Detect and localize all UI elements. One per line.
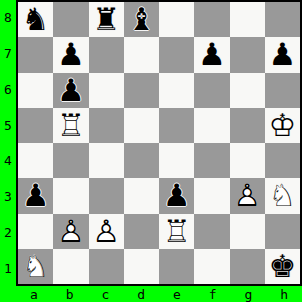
- square-b1[interactable]: [53, 249, 88, 284]
- white-pawn[interactable]: ♙: [230, 178, 265, 213]
- square-c2[interactable]: ♟♙: [89, 214, 124, 249]
- file-labels: abcdefgh: [16, 286, 302, 302]
- white-knight-fill: ♞: [265, 178, 300, 213]
- square-e4[interactable]: [159, 143, 194, 178]
- white-knight-fill: ♞: [18, 249, 53, 284]
- square-a7[interactable]: [18, 37, 53, 72]
- square-b8[interactable]: [53, 2, 88, 37]
- white-king-fill: ♚: [265, 108, 300, 143]
- white-pawn[interactable]: ♙: [53, 214, 88, 249]
- square-d4[interactable]: [124, 143, 159, 178]
- file-label-c: c: [88, 286, 124, 302]
- rank-label-1: 1: [0, 250, 16, 286]
- square-d1[interactable]: [124, 249, 159, 284]
- square-c3[interactable]: [89, 178, 124, 213]
- chess-board[interactable]: ♞♜♝♟♟♟♟♜♖♚♔♟♟♟♙♞♘♟♙♟♙♜♖♞♘♚: [16, 0, 302, 286]
- square-h1[interactable]: ♚: [265, 249, 300, 284]
- square-f8[interactable]: [194, 2, 229, 37]
- square-h3[interactable]: ♞♘: [265, 178, 300, 213]
- chessboard-window: 87654321 ♞♜♝♟♟♟♟♜♖♚♔♟♟♟♙♞♘♟♙♟♙♜♖♞♘♚ abcd…: [0, 0, 302, 302]
- square-c7[interactable]: [89, 37, 124, 72]
- black-king[interactable]: ♚: [265, 249, 300, 284]
- white-rook-fill: ♜: [53, 108, 88, 143]
- rank-label-3: 3: [0, 179, 16, 215]
- square-a3[interactable]: ♟: [18, 178, 53, 213]
- black-pawn[interactable]: ♟: [18, 178, 53, 213]
- square-g1[interactable]: [230, 249, 265, 284]
- black-pawn[interactable]: ♟: [53, 37, 88, 72]
- square-e8[interactable]: [159, 2, 194, 37]
- black-bishop[interactable]: ♝: [124, 2, 159, 37]
- square-g4[interactable]: [230, 143, 265, 178]
- square-f6[interactable]: [194, 73, 229, 108]
- file-label-h: h: [266, 286, 302, 302]
- square-e6[interactable]: [159, 73, 194, 108]
- white-pawn-fill: ♟: [53, 214, 88, 249]
- white-king[interactable]: ♔: [265, 108, 300, 143]
- white-pawn[interactable]: ♙: [89, 214, 124, 249]
- white-pawn-fill: ♟: [230, 178, 265, 213]
- black-rook[interactable]: ♜: [89, 2, 124, 37]
- rank-label-2: 2: [0, 215, 16, 251]
- rank-label-6: 6: [0, 72, 16, 108]
- square-f2[interactable]: [194, 214, 229, 249]
- square-h4[interactable]: [265, 143, 300, 178]
- rank-label-7: 7: [0, 36, 16, 72]
- square-e2[interactable]: ♜♖: [159, 214, 194, 249]
- square-g2[interactable]: [230, 214, 265, 249]
- square-b3[interactable]: [53, 178, 88, 213]
- square-h7[interactable]: ♟: [265, 37, 300, 72]
- square-f7[interactable]: ♟: [194, 37, 229, 72]
- square-c1[interactable]: [89, 249, 124, 284]
- square-c5[interactable]: [89, 108, 124, 143]
- square-f4[interactable]: [194, 143, 229, 178]
- square-f3[interactable]: [194, 178, 229, 213]
- square-a6[interactable]: [18, 73, 53, 108]
- square-a8[interactable]: ♞: [18, 2, 53, 37]
- square-b2[interactable]: ♟♙: [53, 214, 88, 249]
- square-d2[interactable]: [124, 214, 159, 249]
- white-rook-fill: ♜: [159, 214, 194, 249]
- file-label-f: f: [195, 286, 231, 302]
- black-pawn[interactable]: ♟: [53, 73, 88, 108]
- square-c4[interactable]: [89, 143, 124, 178]
- square-a1[interactable]: ♞♘: [18, 249, 53, 284]
- square-g5[interactable]: [230, 108, 265, 143]
- square-c6[interactable]: [89, 73, 124, 108]
- square-h6[interactable]: [265, 73, 300, 108]
- square-b5[interactable]: ♜♖: [53, 108, 88, 143]
- square-c8[interactable]: ♜: [89, 2, 124, 37]
- square-b7[interactable]: ♟: [53, 37, 88, 72]
- file-label-b: b: [52, 286, 88, 302]
- square-a5[interactable]: [18, 108, 53, 143]
- white-rook[interactable]: ♖: [53, 108, 88, 143]
- square-f1[interactable]: [194, 249, 229, 284]
- square-g6[interactable]: [230, 73, 265, 108]
- square-d7[interactable]: [124, 37, 159, 72]
- white-pawn-fill: ♟: [89, 214, 124, 249]
- square-b4[interactable]: [53, 143, 88, 178]
- black-pawn[interactable]: ♟: [194, 37, 229, 72]
- black-knight[interactable]: ♞: [18, 2, 53, 37]
- white-knight[interactable]: ♘: [265, 178, 300, 213]
- square-e1[interactable]: [159, 249, 194, 284]
- file-label-g: g: [231, 286, 267, 302]
- square-e3[interactable]: ♟: [159, 178, 194, 213]
- square-g7[interactable]: [230, 37, 265, 72]
- file-label-e: e: [159, 286, 195, 302]
- square-d6[interactable]: [124, 73, 159, 108]
- square-g3[interactable]: ♟♙: [230, 178, 265, 213]
- file-label-a: a: [16, 286, 52, 302]
- square-g8[interactable]: [230, 2, 265, 37]
- file-label-d: d: [123, 286, 159, 302]
- square-e5[interactable]: [159, 108, 194, 143]
- square-d5[interactable]: [124, 108, 159, 143]
- rank-labels: 87654321: [0, 0, 16, 286]
- square-a2[interactable]: [18, 214, 53, 249]
- black-pawn[interactable]: ♟: [265, 37, 300, 72]
- white-knight[interactable]: ♘: [18, 249, 53, 284]
- square-b6[interactable]: ♟: [53, 73, 88, 108]
- rank-label-5: 5: [0, 107, 16, 143]
- square-h2[interactable]: [265, 214, 300, 249]
- black-pawn[interactable]: ♟: [159, 178, 194, 213]
- square-d3[interactable]: [124, 178, 159, 213]
- white-rook[interactable]: ♖: [159, 214, 194, 249]
- square-f5[interactable]: [194, 108, 229, 143]
- square-h5[interactable]: ♚♔: [265, 108, 300, 143]
- rank-label-8: 8: [0, 0, 16, 36]
- square-h8[interactable]: [265, 2, 300, 37]
- square-d8[interactable]: ♝: [124, 2, 159, 37]
- square-e7[interactable]: [159, 37, 194, 72]
- square-a4[interactable]: [18, 143, 53, 178]
- rank-label-4: 4: [0, 143, 16, 179]
